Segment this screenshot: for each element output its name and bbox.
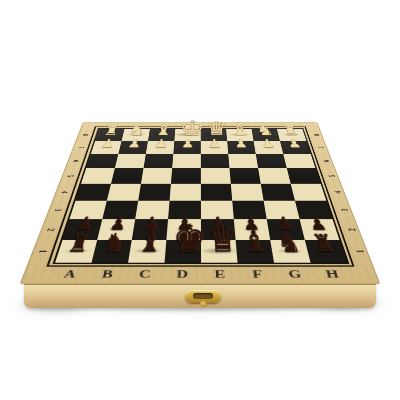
square-e6 xyxy=(201,154,230,168)
square-f1 xyxy=(236,240,274,263)
square-h1 xyxy=(305,240,347,263)
square-b1 xyxy=(92,240,132,263)
piece-light-pawn-c7: ♟ xyxy=(151,138,170,149)
chess-set-photo: ABCDEFGH1122334455667788 ♜♞♝♚♛♝♞♜♟♟♟♟♟♟♟… xyxy=(0,0,400,400)
piece-light-rook-h8: ♜ xyxy=(280,124,300,137)
rank-label-left-4: 4 xyxy=(57,188,72,197)
square-a4 xyxy=(76,184,112,201)
rank-label-right-4: 4 xyxy=(331,188,347,197)
square-b6 xyxy=(115,154,146,168)
file-label-b: B xyxy=(93,268,121,280)
rank-label-left-2: 2 xyxy=(42,224,59,235)
square-a6 xyxy=(86,154,118,168)
square-a5 xyxy=(81,168,115,184)
square-h6 xyxy=(283,154,315,168)
square-e1 xyxy=(201,240,238,263)
piece-light-pawn-d7: ♟ xyxy=(178,138,196,149)
rank-label-right-1: 1 xyxy=(351,245,370,257)
square-e4 xyxy=(201,184,232,201)
square-b4 xyxy=(107,184,141,201)
piece-light-pawn-h7: ♟ xyxy=(284,138,305,149)
square-d6 xyxy=(172,154,201,168)
square-c4 xyxy=(138,184,171,201)
square-b5 xyxy=(111,168,143,184)
square-g2 xyxy=(267,219,305,240)
piece-light-queen-e8: ♛ xyxy=(205,119,222,138)
rank-label-left-6: 6 xyxy=(69,157,83,164)
square-h2 xyxy=(300,219,340,240)
square-h5 xyxy=(287,168,321,184)
piece-light-knight-g8: ♞ xyxy=(255,123,275,137)
square-g4 xyxy=(261,184,295,201)
piece-light-pawn-b7: ♟ xyxy=(124,138,144,149)
square-f6 xyxy=(228,154,258,168)
square-a1 xyxy=(55,240,97,263)
rank-label-right-5: 5 xyxy=(325,172,340,180)
rank-label-right-6: 6 xyxy=(320,157,334,164)
piece-light-pawn-g7: ♟ xyxy=(258,138,278,149)
rank-label-left-8: 8 xyxy=(79,132,92,138)
piece-light-rook-a8: ♜ xyxy=(101,124,121,137)
piece-light-pawn-a7: ♟ xyxy=(97,138,118,149)
rank-label-left-3: 3 xyxy=(50,205,66,215)
square-f4 xyxy=(231,184,264,201)
piece-light-knight-b8: ♞ xyxy=(127,123,147,137)
piece-light-king-d8: ♚ xyxy=(179,117,196,138)
square-d5 xyxy=(171,168,201,184)
square-c3 xyxy=(135,201,169,220)
rank-label-right-3: 3 xyxy=(337,205,353,215)
piece-light-pawn-f7: ♟ xyxy=(231,138,250,149)
board-scene: ABCDEFGH1122334455667788 ♜♞♝♚♛♝♞♜♟♟♟♟♟♟♟… xyxy=(58,44,342,328)
rank-label-left-7: 7 xyxy=(74,144,87,151)
square-g1 xyxy=(270,240,310,263)
piece-light-bishop-f8: ♝ xyxy=(230,122,249,138)
square-d4 xyxy=(170,184,201,201)
square-d1 xyxy=(165,240,201,263)
square-h4 xyxy=(291,184,327,201)
piece-light-bishop-c8: ♝ xyxy=(153,122,172,138)
file-label-a: A xyxy=(55,268,84,280)
square-e5 xyxy=(201,168,231,184)
square-g6 xyxy=(256,154,287,168)
file-label-c: C xyxy=(131,268,158,280)
rank-label-left-5: 5 xyxy=(63,172,78,180)
square-b2 xyxy=(97,219,135,240)
square-b3 xyxy=(102,201,138,220)
square-a3 xyxy=(69,201,106,220)
file-label-d: D xyxy=(169,268,195,280)
file-label-g: G xyxy=(281,268,309,280)
square-g5 xyxy=(258,168,291,184)
file-label-f: F xyxy=(244,268,271,280)
file-label-h: H xyxy=(318,268,347,280)
rank-label-right-7: 7 xyxy=(315,144,328,151)
square-c5 xyxy=(141,168,172,184)
chess-board: ABCDEFGH1122334455667788 ♜♞♝♚♛♝♞♜♟♟♟♟♟♟♟… xyxy=(20,122,381,284)
square-f2 xyxy=(234,219,270,240)
square-h3 xyxy=(295,201,333,220)
square-c6 xyxy=(144,154,174,168)
rank-label-right-2: 2 xyxy=(344,224,361,235)
square-c2 xyxy=(132,219,168,240)
square-f3 xyxy=(232,201,266,220)
rank-label-right-8: 8 xyxy=(311,132,324,138)
piece-light-pawn-e7: ♟ xyxy=(205,138,223,149)
square-g3 xyxy=(264,201,300,220)
square-c1 xyxy=(128,240,166,263)
file-label-e: E xyxy=(207,268,233,280)
square-a2 xyxy=(63,219,103,240)
square-e3 xyxy=(201,201,234,220)
square-f5 xyxy=(229,168,260,184)
